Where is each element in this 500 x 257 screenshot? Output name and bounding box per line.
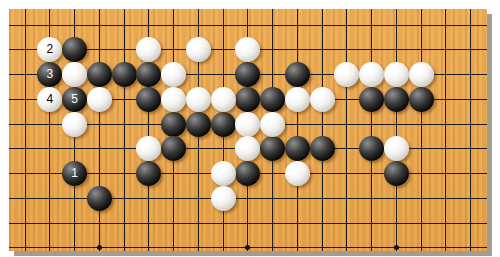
move-number-label: 5	[62, 87, 87, 112]
stone-black-move-3[interactable]: 3	[37, 62, 62, 87]
stone-white[interactable]	[186, 87, 211, 112]
stone-black[interactable]	[62, 37, 87, 62]
stone-black[interactable]	[112, 62, 137, 87]
grid-line-vertical	[421, 9, 422, 251]
stone-white[interactable]	[161, 62, 186, 87]
move-number-label: 3	[37, 62, 62, 87]
grid-line-horizontal	[9, 25, 487, 26]
stone-white[interactable]	[409, 62, 434, 87]
stone-white[interactable]	[285, 87, 310, 112]
stone-black[interactable]	[260, 87, 285, 112]
stone-white[interactable]	[359, 62, 384, 87]
stone-white[interactable]	[285, 161, 310, 186]
stone-white[interactable]	[186, 37, 211, 62]
stone-black[interactable]	[161, 112, 186, 137]
stone-black[interactable]	[161, 136, 186, 161]
stone-white[interactable]	[384, 62, 409, 87]
stone-black[interactable]	[186, 112, 211, 137]
stone-white[interactable]	[161, 87, 186, 112]
stone-white[interactable]	[211, 186, 236, 211]
stone-white[interactable]	[62, 62, 87, 87]
stone-black[interactable]	[235, 62, 260, 87]
stone-white[interactable]	[384, 136, 409, 161]
grid-line-horizontal	[9, 223, 487, 224]
stone-black[interactable]	[87, 62, 112, 87]
stone-white[interactable]	[136, 136, 161, 161]
stone-white[interactable]	[211, 161, 236, 186]
star-point	[97, 245, 102, 250]
stone-white-move-2[interactable]: 2	[37, 37, 62, 62]
grid-line-horizontal	[9, 198, 487, 199]
stone-black[interactable]	[310, 136, 335, 161]
grid-line-vertical	[25, 9, 26, 251]
stone-black[interactable]	[235, 161, 260, 186]
stone-black[interactable]	[359, 87, 384, 112]
stone-white[interactable]	[136, 37, 161, 62]
star-point	[245, 245, 250, 250]
stone-black[interactable]	[235, 87, 260, 112]
star-point	[394, 245, 399, 250]
stone-white[interactable]	[334, 62, 359, 87]
stone-black[interactable]	[384, 161, 409, 186]
stone-black[interactable]	[359, 136, 384, 161]
grid-line-vertical	[322, 9, 323, 251]
grid-line-vertical	[396, 9, 397, 251]
stone-white-move-4[interactable]: 4	[37, 87, 62, 112]
grid-line-vertical	[297, 9, 298, 251]
stone-black[interactable]	[285, 62, 310, 87]
stone-black[interactable]	[409, 87, 434, 112]
go-diagram: 35124	[0, 0, 500, 257]
stone-white[interactable]	[211, 87, 236, 112]
move-number-label: 4	[37, 87, 62, 112]
grid-line-vertical	[445, 9, 446, 251]
go-board[interactable]: 35124	[9, 9, 487, 251]
stone-black[interactable]	[87, 186, 112, 211]
stone-black[interactable]	[285, 136, 310, 161]
stone-white[interactable]	[235, 37, 260, 62]
stone-white[interactable]	[87, 87, 112, 112]
stone-black[interactable]	[260, 136, 285, 161]
grid-line-vertical	[470, 9, 471, 251]
stone-black-move-1[interactable]: 1	[62, 161, 87, 186]
stone-white[interactable]	[235, 112, 260, 137]
stone-black[interactable]	[211, 112, 236, 137]
stone-white[interactable]	[260, 112, 285, 137]
grid-line-vertical	[371, 9, 372, 251]
stone-black[interactable]	[136, 87, 161, 112]
stone-black[interactable]	[384, 87, 409, 112]
grid-line-vertical	[124, 9, 125, 251]
grid-line-vertical	[346, 9, 347, 251]
stone-black[interactable]	[136, 62, 161, 87]
stone-white[interactable]	[62, 112, 87, 137]
grid-line-vertical	[99, 9, 100, 251]
stone-white[interactable]	[235, 136, 260, 161]
stone-black[interactable]	[136, 161, 161, 186]
move-number-label: 2	[37, 37, 62, 62]
stone-black-move-5[interactable]: 5	[62, 87, 87, 112]
stone-white[interactable]	[310, 87, 335, 112]
move-number-label: 1	[62, 161, 87, 186]
